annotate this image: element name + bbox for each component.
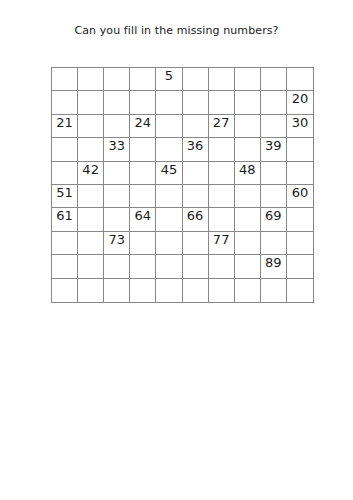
grid-cell[interactable] — [209, 162, 235, 185]
grid-cell[interactable] — [287, 232, 313, 255]
grid-cell: 45 — [156, 162, 182, 185]
grid-cell[interactable] — [235, 279, 261, 302]
grid-cell[interactable] — [156, 208, 182, 231]
grid-cell[interactable] — [130, 279, 156, 302]
grid-cell: 27 — [209, 115, 235, 138]
grid-cell[interactable] — [130, 162, 156, 185]
grid-cell[interactable] — [235, 185, 261, 208]
grid-cell[interactable] — [156, 255, 182, 278]
grid-cell[interactable] — [261, 68, 287, 91]
grid-cell[interactable] — [209, 279, 235, 302]
grid-cell[interactable] — [235, 68, 261, 91]
grid-cell: 51 — [52, 185, 78, 208]
grid-cell[interactable] — [235, 138, 261, 161]
grid-cell[interactable] — [183, 68, 209, 91]
grid-cell[interactable] — [209, 208, 235, 231]
grid-cell[interactable] — [261, 185, 287, 208]
grid-cell[interactable] — [209, 255, 235, 278]
grid-cell[interactable] — [104, 91, 130, 114]
page-title: Can you fill in the missing numbers? — [0, 24, 353, 37]
grid-cell: 39 — [261, 138, 287, 161]
grid-cell[interactable] — [156, 91, 182, 114]
grid-cell: 64 — [130, 208, 156, 231]
grid-cell[interactable] — [287, 138, 313, 161]
cell-number: 51 — [56, 186, 73, 201]
grid-cell[interactable] — [104, 185, 130, 208]
cell-number: 36 — [187, 139, 204, 154]
grid-cell[interactable] — [130, 255, 156, 278]
grid-cell[interactable] — [78, 68, 104, 91]
cell-number: 30 — [292, 116, 309, 131]
grid-cell[interactable] — [78, 185, 104, 208]
grid-cell[interactable] — [235, 255, 261, 278]
cell-number: 48 — [239, 163, 256, 178]
cell-number: 77 — [213, 233, 230, 248]
grid-cell[interactable] — [287, 279, 313, 302]
grid-cell[interactable] — [78, 279, 104, 302]
cell-number: 61 — [56, 209, 73, 224]
grid-cell: 5 — [156, 68, 182, 91]
grid-cell[interactable] — [52, 162, 78, 185]
grid-cell[interactable] — [52, 279, 78, 302]
cell-number: 20 — [292, 92, 309, 107]
grid-cell[interactable] — [130, 68, 156, 91]
grid-cell[interactable] — [52, 255, 78, 278]
grid-cell[interactable] — [183, 115, 209, 138]
grid-cell[interactable] — [104, 208, 130, 231]
cell-number: 73 — [108, 233, 125, 248]
grid-cell[interactable] — [183, 232, 209, 255]
grid-cell[interactable] — [209, 185, 235, 208]
grid-cell[interactable] — [235, 208, 261, 231]
grid-cell[interactable] — [287, 255, 313, 278]
cell-number: 45 — [161, 163, 178, 178]
grid-cell[interactable] — [78, 138, 104, 161]
grid-cell[interactable] — [287, 208, 313, 231]
grid-cell: 66 — [183, 208, 209, 231]
cell-number: 21 — [56, 116, 73, 131]
grid-cell[interactable] — [156, 138, 182, 161]
grid-cell[interactable] — [209, 91, 235, 114]
grid-cell: 73 — [104, 232, 130, 255]
grid-cell[interactable] — [156, 185, 182, 208]
grid-cell[interactable] — [78, 115, 104, 138]
grid-cell[interactable] — [78, 208, 104, 231]
grid-cell[interactable] — [235, 115, 261, 138]
grid-cell[interactable] — [52, 138, 78, 161]
grid-cell: 60 — [287, 185, 313, 208]
hundred-chart-grid: 5202124273033363942454851606164666973778… — [51, 67, 314, 303]
grid-cell[interactable] — [156, 232, 182, 255]
grid-cell[interactable] — [130, 232, 156, 255]
grid-cell: 33 — [104, 138, 130, 161]
grid-cell: 21 — [52, 115, 78, 138]
cell-number: 89 — [265, 256, 282, 271]
cell-number: 5 — [165, 69, 173, 84]
grid-cell[interactable] — [156, 115, 182, 138]
grid-cell[interactable] — [183, 185, 209, 208]
grid-cell[interactable] — [52, 91, 78, 114]
grid-cell[interactable] — [261, 91, 287, 114]
grid-cell[interactable] — [78, 255, 104, 278]
grid-cell[interactable] — [104, 279, 130, 302]
grid-cell: 77 — [209, 232, 235, 255]
grid-cell[interactable] — [209, 68, 235, 91]
grid-cell: 89 — [261, 255, 287, 278]
grid-cell: 42 — [78, 162, 104, 185]
cell-number: 42 — [82, 163, 99, 178]
grid-cell[interactable] — [104, 255, 130, 278]
cell-number: 69 — [265, 209, 282, 224]
grid-cell[interactable] — [104, 115, 130, 138]
cell-number: 60 — [292, 186, 309, 201]
grid-cell[interactable] — [52, 232, 78, 255]
grid-cell: 69 — [261, 208, 287, 231]
grid-cell[interactable] — [104, 162, 130, 185]
cell-number: 66 — [187, 209, 204, 224]
grid-cell: 20 — [287, 91, 313, 114]
grid-cell: 24 — [130, 115, 156, 138]
grid-cell[interactable] — [130, 91, 156, 114]
grid-cell[interactable] — [261, 115, 287, 138]
grid-cell: 48 — [235, 162, 261, 185]
grid-cell[interactable] — [183, 91, 209, 114]
grid-cell[interactable] — [261, 162, 287, 185]
grid-cell: 30 — [287, 115, 313, 138]
grid-cell[interactable] — [287, 68, 313, 91]
grid-cell[interactable] — [235, 91, 261, 114]
grid-cell[interactable] — [130, 138, 156, 161]
grid-cell: 61 — [52, 208, 78, 231]
grid-cell[interactable] — [130, 185, 156, 208]
grid-cell[interactable] — [78, 91, 104, 114]
grid-cell[interactable] — [52, 68, 78, 91]
grid-cell[interactable] — [261, 232, 287, 255]
grid-cell[interactable] — [183, 162, 209, 185]
cell-number: 39 — [265, 139, 282, 154]
grid-cell[interactable] — [183, 255, 209, 278]
cell-number: 27 — [213, 116, 230, 131]
cell-number: 33 — [108, 139, 125, 154]
grid-cell[interactable] — [261, 279, 287, 302]
grid-cell[interactable] — [183, 279, 209, 302]
grid-cell: 36 — [183, 138, 209, 161]
grid-cell[interactable] — [235, 232, 261, 255]
grid-cell[interactable] — [104, 68, 130, 91]
cell-number: 24 — [135, 116, 152, 131]
grid-cell[interactable] — [78, 232, 104, 255]
grid-cell[interactable] — [209, 138, 235, 161]
cell-number: 64 — [135, 209, 152, 224]
grid-cell[interactable] — [287, 162, 313, 185]
grid-cell[interactable] — [156, 279, 182, 302]
